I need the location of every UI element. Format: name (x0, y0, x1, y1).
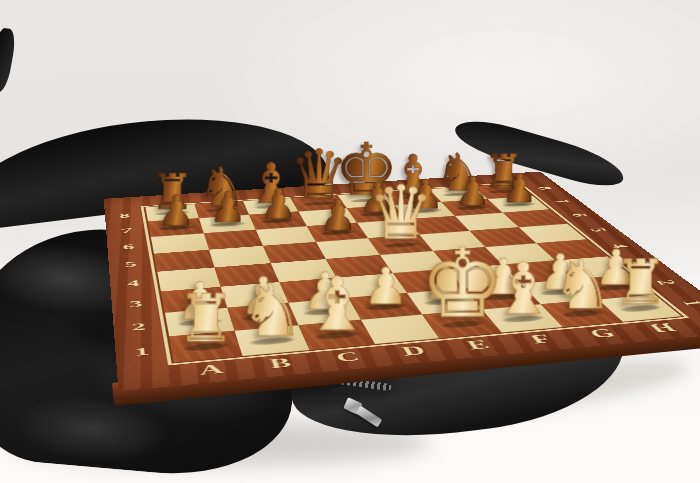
pawn-glyph: ♟ (318, 196, 356, 235)
pawn-glyph: ♟ (454, 173, 490, 210)
rank-label-left-7: 7 (109, 222, 144, 240)
square-a7[interactable]: ♟ (148, 218, 204, 237)
pawn-glyph: ♟ (209, 188, 246, 226)
rank-label-left-6: 6 (111, 237, 147, 256)
square-c1[interactable]: ♝ (298, 320, 375, 350)
chess-set-photo-scene: ♜♞♝♛♚♝♞♜♟♟♟♟♟♟♟♟♛♟♟♟♟♟♟♟♟♜♞♝♚♝♞♜ ABCDEFG… (0, 0, 700, 483)
board-squares: ♜♞♝♛♚♝♞♜♟♟♟♟♟♟♟♟♛♟♟♟♟♟♟♟♟♜♞♝♚♝♞♜ (145, 183, 681, 362)
square-b1[interactable]: ♞ (235, 325, 310, 356)
bag-handle-tip (0, 27, 17, 94)
bishop-glyph: ♝ (304, 270, 370, 338)
square-b5[interactable] (209, 246, 271, 268)
square-a5[interactable] (154, 250, 215, 272)
knight-glyph: ♞ (552, 253, 613, 316)
rook-glyph: ♜ (613, 255, 667, 311)
pawn-glyph: ♟ (501, 170, 537, 207)
file-label-e: E (441, 336, 516, 356)
rank-label-right-6: 6 (550, 209, 608, 221)
board-perspective-wrapper: ♜♞♝♛♚♝♞♜♟♟♟♟♟♟♟♟♛♟♟♟♟♟♟♟♟♜♞♝♚♝♞♜ ABCDEFG… (115, 0, 645, 483)
square-a1[interactable]: ♜ (169, 331, 242, 363)
file-label-a: A (175, 360, 249, 382)
rank-label-left-1: 1 (120, 337, 166, 367)
knight-glyph: ♞ (240, 278, 305, 344)
square-c7[interactable]: ♟ (249, 212, 307, 230)
rook-glyph: ♜ (176, 289, 235, 349)
rank-label-left-5: 5 (112, 254, 150, 275)
rank-label-left-2: 2 (117, 314, 160, 341)
pawn-glyph: ♟ (157, 191, 195, 230)
rank-label-right-7: 7 (533, 196, 589, 207)
rank-label-left-3: 3 (116, 292, 157, 317)
file-label-b: B (244, 353, 318, 374)
file-label-h: H (626, 319, 700, 338)
pawn-glyph: ♟ (259, 185, 296, 223)
file-label-d: D (377, 341, 451, 361)
king-glyph: ♚ (419, 239, 504, 327)
chess-board: ♜♞♝♛♚♝♞♜♟♟♟♟♟♟♟♟♛♟♟♟♟♟♟♟♟♜♞♝♚♝♞♜ ABCDEFG… (104, 172, 700, 392)
rank-label-left-4: 4 (114, 272, 153, 295)
file-label-c: C (311, 347, 385, 368)
